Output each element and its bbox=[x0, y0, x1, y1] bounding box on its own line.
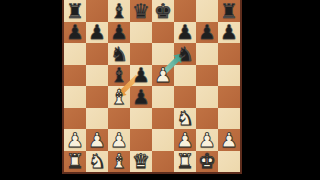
square-a4[interactable] bbox=[64, 86, 86, 108]
black-king-e8[interactable]: ♚ bbox=[154, 1, 172, 21]
square-c3[interactable] bbox=[108, 108, 130, 130]
square-b4[interactable] bbox=[86, 86, 108, 108]
black-pawn-a7[interactable]: ♟ bbox=[66, 22, 84, 42]
black-pawn-b7[interactable]: ♟ bbox=[88, 22, 106, 42]
white-rook-a1[interactable]: ♜ bbox=[66, 151, 84, 171]
video-frame: ♜♝♛♚♜♟♟♟♟♟♟♞♞♝♟♟♝♟♞♟♟♟♟♟♟♜♞♝♛♜♚ bbox=[0, 0, 320, 180]
black-rook-a8[interactable]: ♜ bbox=[66, 1, 84, 21]
black-rook-h8[interactable]: ♜ bbox=[220, 1, 238, 21]
square-e5[interactable]: ♟ bbox=[152, 65, 174, 87]
black-pawn-d5[interactable]: ♟ bbox=[132, 65, 150, 85]
square-g3[interactable] bbox=[196, 108, 218, 130]
square-e6[interactable] bbox=[152, 43, 174, 65]
white-pawn-e5[interactable]: ♟ bbox=[154, 65, 172, 85]
square-e4[interactable] bbox=[152, 86, 174, 108]
white-king-g1[interactable]: ♚ bbox=[198, 151, 216, 171]
square-c5[interactable]: ♝ bbox=[108, 65, 130, 87]
white-knight-b1[interactable]: ♞ bbox=[88, 151, 106, 171]
square-a5[interactable] bbox=[64, 65, 86, 87]
board-grid: ♜♝♛♚♜♟♟♟♟♟♟♞♞♝♟♟♝♟♞♟♟♟♟♟♟♜♞♝♛♜♚ bbox=[64, 0, 240, 172]
square-h4[interactable] bbox=[218, 86, 240, 108]
square-h6[interactable] bbox=[218, 43, 240, 65]
square-d5[interactable]: ♟ bbox=[130, 65, 152, 87]
square-h5[interactable] bbox=[218, 65, 240, 87]
square-f3[interactable]: ♞ bbox=[174, 108, 196, 130]
square-e8[interactable]: ♚ bbox=[152, 0, 174, 22]
square-h7[interactable]: ♟ bbox=[218, 22, 240, 44]
square-f6[interactable]: ♞ bbox=[174, 43, 196, 65]
white-bishop-c4[interactable]: ♝ bbox=[110, 87, 128, 107]
square-h1[interactable] bbox=[218, 151, 240, 173]
square-f5[interactable] bbox=[174, 65, 196, 87]
square-b1[interactable]: ♞ bbox=[86, 151, 108, 173]
square-c8[interactable]: ♝ bbox=[108, 0, 130, 22]
square-e2[interactable] bbox=[152, 129, 174, 151]
square-g1[interactable]: ♚ bbox=[196, 151, 218, 173]
square-f1[interactable]: ♜ bbox=[174, 151, 196, 173]
square-g5[interactable] bbox=[196, 65, 218, 87]
black-queen-d8[interactable]: ♛ bbox=[132, 1, 150, 21]
square-e7[interactable] bbox=[152, 22, 174, 44]
square-d8[interactable]: ♛ bbox=[130, 0, 152, 22]
white-queen-d1[interactable]: ♛ bbox=[132, 151, 150, 171]
white-pawn-c2[interactable]: ♟ bbox=[110, 130, 128, 150]
square-e3[interactable] bbox=[152, 108, 174, 130]
square-c6[interactable]: ♞ bbox=[108, 43, 130, 65]
black-knight-c6[interactable]: ♞ bbox=[110, 44, 128, 64]
letterbox-bottom bbox=[62, 174, 242, 180]
square-h2[interactable]: ♟ bbox=[218, 129, 240, 151]
black-pawn-f7[interactable]: ♟ bbox=[176, 22, 194, 42]
white-pawn-f2[interactable]: ♟ bbox=[176, 130, 194, 150]
square-a7[interactable]: ♟ bbox=[64, 22, 86, 44]
square-b6[interactable] bbox=[86, 43, 108, 65]
square-b2[interactable]: ♟ bbox=[86, 129, 108, 151]
square-f7[interactable]: ♟ bbox=[174, 22, 196, 44]
square-f4[interactable] bbox=[174, 86, 196, 108]
black-pawn-g7[interactable]: ♟ bbox=[198, 22, 216, 42]
white-pawn-h2[interactable]: ♟ bbox=[220, 130, 238, 150]
square-c2[interactable]: ♟ bbox=[108, 129, 130, 151]
square-f8[interactable] bbox=[174, 0, 196, 22]
square-a1[interactable]: ♜ bbox=[64, 151, 86, 173]
square-h3[interactable] bbox=[218, 108, 240, 130]
black-pawn-h7[interactable]: ♟ bbox=[220, 22, 238, 42]
square-d4[interactable]: ♟ bbox=[130, 86, 152, 108]
square-d3[interactable] bbox=[130, 108, 152, 130]
white-pawn-g2[interactable]: ♟ bbox=[198, 130, 216, 150]
square-a6[interactable] bbox=[64, 43, 86, 65]
square-b7[interactable]: ♟ bbox=[86, 22, 108, 44]
white-bishop-c1[interactable]: ♝ bbox=[110, 151, 128, 171]
square-b8[interactable] bbox=[86, 0, 108, 22]
square-a2[interactable]: ♟ bbox=[64, 129, 86, 151]
square-a8[interactable]: ♜ bbox=[64, 0, 86, 22]
black-bishop-c5[interactable]: ♝ bbox=[110, 65, 128, 85]
square-d2[interactable] bbox=[130, 129, 152, 151]
square-g7[interactable]: ♟ bbox=[196, 22, 218, 44]
square-d1[interactable]: ♛ bbox=[130, 151, 152, 173]
white-rook-f1[interactable]: ♜ bbox=[176, 151, 194, 171]
square-g4[interactable] bbox=[196, 86, 218, 108]
square-c4[interactable]: ♝ bbox=[108, 86, 130, 108]
square-b3[interactable] bbox=[86, 108, 108, 130]
square-g8[interactable] bbox=[196, 0, 218, 22]
square-a3[interactable] bbox=[64, 108, 86, 130]
letterbox-left bbox=[0, 0, 62, 180]
black-knight-f6[interactable]: ♞ bbox=[176, 44, 194, 64]
square-h8[interactable]: ♜ bbox=[218, 0, 240, 22]
square-f2[interactable]: ♟ bbox=[174, 129, 196, 151]
black-pawn-c7[interactable]: ♟ bbox=[110, 22, 128, 42]
square-g2[interactable]: ♟ bbox=[196, 129, 218, 151]
square-b5[interactable] bbox=[86, 65, 108, 87]
white-pawn-a2[interactable]: ♟ bbox=[66, 130, 84, 150]
black-bishop-c8[interactable]: ♝ bbox=[110, 1, 128, 21]
square-d6[interactable] bbox=[130, 43, 152, 65]
white-pawn-b2[interactable]: ♟ bbox=[88, 130, 106, 150]
square-d7[interactable] bbox=[130, 22, 152, 44]
white-knight-f3[interactable]: ♞ bbox=[176, 108, 194, 128]
square-e1[interactable] bbox=[152, 151, 174, 173]
square-c1[interactable]: ♝ bbox=[108, 151, 130, 173]
square-c7[interactable]: ♟ bbox=[108, 22, 130, 44]
black-pawn-d4[interactable]: ♟ bbox=[132, 87, 150, 107]
chess-board: ♜♝♛♚♜♟♟♟♟♟♟♞♞♝♟♟♝♟♞♟♟♟♟♟♟♜♞♝♛♜♚ bbox=[62, 0, 242, 174]
square-g6[interactable] bbox=[196, 43, 218, 65]
letterbox-right bbox=[242, 0, 320, 180]
